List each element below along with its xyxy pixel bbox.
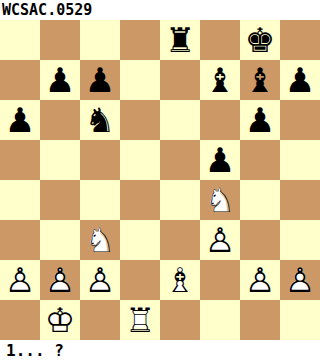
white-knight-f4-icon: ♘	[200, 180, 240, 220]
white-rook-d1-icon: ♖	[120, 300, 160, 340]
square-d2[interactable]	[120, 260, 160, 300]
square-c4[interactable]	[80, 180, 120, 220]
square-b8[interactable]	[40, 20, 80, 60]
move-prompt-text: 1... ?	[6, 341, 64, 360]
square-e5[interactable]	[160, 140, 200, 180]
white-pawn-c2-icon: ♙	[80, 260, 120, 300]
black-pawn-c7-icon: ♟	[80, 60, 120, 100]
square-a7[interactable]	[0, 60, 40, 100]
square-b5[interactable]	[40, 140, 80, 180]
square-b7[interactable]: ♟	[40, 60, 80, 100]
square-f2[interactable]	[200, 260, 240, 300]
square-g5[interactable]	[240, 140, 280, 180]
black-king-g8-icon: ♚	[240, 20, 280, 60]
square-g7[interactable]: ♝	[240, 60, 280, 100]
diagram-title: WCSAC.0529	[0, 0, 320, 20]
square-d4[interactable]	[120, 180, 160, 220]
white-pawn-g2-icon: ♙	[240, 260, 280, 300]
square-d5[interactable]	[120, 140, 160, 180]
white-bishop-e2-icon: ♗	[160, 260, 200, 300]
square-e7[interactable]	[160, 60, 200, 100]
square-a1[interactable]	[0, 300, 40, 340]
square-e4[interactable]	[160, 180, 200, 220]
square-h3[interactable]	[280, 220, 320, 260]
square-c1[interactable]	[80, 300, 120, 340]
square-e2[interactable]: ♝♗	[160, 260, 200, 300]
square-a4[interactable]	[0, 180, 40, 220]
diagram-title-text: WCSAC.0529	[2, 1, 92, 19]
square-c5[interactable]	[80, 140, 120, 180]
square-d7[interactable]	[120, 60, 160, 100]
square-b3[interactable]	[40, 220, 80, 260]
chess-board: ♜♚♟♟♝♝♟♟♞♟♟♞♘♞♘♟♙♟♙♟♙♟♙♝♗♟♙♟♙♚♔♜♖	[0, 20, 320, 340]
square-f5[interactable]: ♟	[200, 140, 240, 180]
square-h4[interactable]	[280, 180, 320, 220]
black-pawn-b7-icon: ♟	[40, 60, 80, 100]
square-b1[interactable]: ♚♔	[40, 300, 80, 340]
white-pawn-h2-icon: ♙	[280, 260, 320, 300]
square-c7[interactable]: ♟	[80, 60, 120, 100]
square-b6[interactable]	[40, 100, 80, 140]
square-c3[interactable]: ♞♘	[80, 220, 120, 260]
square-g4[interactable]	[240, 180, 280, 220]
square-f1[interactable]	[200, 300, 240, 340]
square-b2[interactable]: ♟♙	[40, 260, 80, 300]
square-d3[interactable]	[120, 220, 160, 260]
white-pawn-a2-icon: ♙	[0, 260, 40, 300]
square-a6[interactable]: ♟	[0, 100, 40, 140]
black-knight-c6-icon: ♞	[80, 100, 120, 140]
square-d1[interactable]: ♜♖	[120, 300, 160, 340]
square-g8[interactable]: ♚	[240, 20, 280, 60]
white-pawn-b2-icon: ♙	[40, 260, 80, 300]
square-h8[interactable]	[280, 20, 320, 60]
move-prompt: 1... ?	[0, 340, 320, 360]
square-f6[interactable]	[200, 100, 240, 140]
square-g1[interactable]	[240, 300, 280, 340]
square-f3[interactable]: ♟♙	[200, 220, 240, 260]
square-a5[interactable]	[0, 140, 40, 180]
square-d6[interactable]	[120, 100, 160, 140]
black-rook-e8-icon: ♜	[160, 20, 200, 60]
white-knight-c3-icon: ♘	[80, 220, 120, 260]
white-pawn-f3-icon: ♙	[200, 220, 240, 260]
square-f8[interactable]	[200, 20, 240, 60]
square-e3[interactable]	[160, 220, 200, 260]
black-pawn-g6-icon: ♟	[240, 100, 280, 140]
black-bishop-g7-icon: ♝	[240, 60, 280, 100]
square-e6[interactable]	[160, 100, 200, 140]
square-c8[interactable]	[80, 20, 120, 60]
square-h6[interactable]	[280, 100, 320, 140]
square-e8[interactable]: ♜	[160, 20, 200, 60]
square-a8[interactable]	[0, 20, 40, 60]
square-c6[interactable]: ♞	[80, 100, 120, 140]
square-h5[interactable]	[280, 140, 320, 180]
black-bishop-f7-icon: ♝	[200, 60, 240, 100]
square-f7[interactable]: ♝	[200, 60, 240, 100]
square-b4[interactable]	[40, 180, 80, 220]
square-h2[interactable]: ♟♙	[280, 260, 320, 300]
square-h7[interactable]: ♟	[280, 60, 320, 100]
black-pawn-h7-icon: ♟	[280, 60, 320, 100]
square-a3[interactable]	[0, 220, 40, 260]
square-d8[interactable]	[120, 20, 160, 60]
square-h1[interactable]	[280, 300, 320, 340]
square-g2[interactable]: ♟♙	[240, 260, 280, 300]
square-c2[interactable]: ♟♙	[80, 260, 120, 300]
square-f4[interactable]: ♞♘	[200, 180, 240, 220]
black-pawn-f5-icon: ♟	[200, 140, 240, 180]
black-pawn-a6-icon: ♟	[0, 100, 40, 140]
square-a2[interactable]: ♟♙	[0, 260, 40, 300]
square-e1[interactable]	[160, 300, 200, 340]
square-g6[interactable]: ♟	[240, 100, 280, 140]
square-g3[interactable]	[240, 220, 280, 260]
white-king-b1-icon: ♔	[40, 300, 80, 340]
